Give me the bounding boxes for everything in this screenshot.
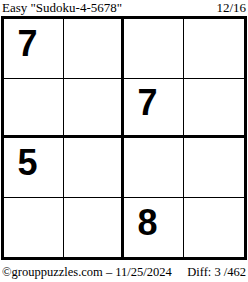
page-counter: 12/16 (216, 0, 246, 16)
cell-r2c2[interactable] (64, 79, 124, 139)
sudoku-board: 7758 (1, 16, 247, 260)
cell-r3c2[interactable] (64, 138, 124, 198)
cell-r1c2[interactable] (64, 19, 124, 79)
cell-r1c4[interactable] (184, 19, 244, 79)
cell-r2c4[interactable] (184, 79, 244, 139)
cell-r4c3: 8 (124, 198, 184, 258)
cell-r3c1: 5 (4, 138, 64, 198)
cell-r1c1: 7 (4, 19, 64, 79)
copyright-text: ©grouppuzzles.com – 11/25/2024 (2, 264, 172, 280)
header: Easy "Sudoku-4-5678" 12/16 (0, 0, 248, 16)
cell-r4c2[interactable] (64, 198, 124, 258)
cell-r3c4[interactable] (184, 138, 244, 198)
given-digit: 7 (17, 26, 37, 62)
cell-r4c1[interactable] (4, 198, 64, 258)
given-digit: 7 (137, 85, 157, 121)
cell-r4c4[interactable] (184, 198, 244, 258)
cell-r2c3: 7 (124, 79, 184, 139)
puzzle-title: Easy "Sudoku-4-5678" (2, 0, 122, 16)
cell-r3c3[interactable] (124, 138, 184, 198)
given-digit: 5 (17, 145, 37, 181)
difficulty-text: Diff: 3 /462 (187, 264, 246, 280)
given-digit: 8 (137, 205, 157, 241)
cell-r2c1[interactable] (4, 79, 64, 139)
footer: ©grouppuzzles.com – 11/25/2024 Diff: 3 /… (0, 264, 248, 280)
cell-r1c3[interactable] (124, 19, 184, 79)
sudoku-page: Easy "Sudoku-4-5678" 12/16 7758 ©grouppu… (0, 0, 248, 282)
